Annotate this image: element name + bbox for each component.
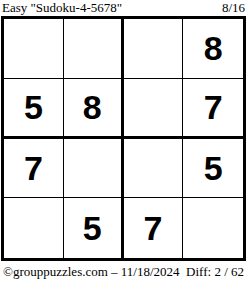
cell-r2c3[interactable]: [124, 79, 184, 139]
cell-r1c2[interactable]: [64, 19, 124, 79]
cell-r3c2[interactable]: [64, 139, 124, 199]
puzzle-title: Easy "Sudoku-4-5678": [2, 0, 122, 16]
sudoku-board: 8 5 8 7 7 5 5 7: [1, 16, 246, 261]
cell-r4c4[interactable]: [183, 198, 243, 258]
page-footer: ©grouppuzzles.com – 11/18/2024 Diff: 2 /…: [0, 264, 247, 279]
cell-r1c4[interactable]: 8: [183, 19, 243, 79]
cell-r1c3[interactable]: [124, 19, 184, 79]
cell-r2c1[interactable]: 5: [4, 79, 64, 139]
copyright-text: ©grouppuzzles.com – 11/18/2024: [3, 264, 180, 279]
cell-r3c3[interactable]: [124, 139, 184, 199]
cell-r3c1[interactable]: 7: [4, 139, 64, 199]
cell-r3c4[interactable]: 5: [183, 139, 243, 199]
cell-r4c2[interactable]: 5: [64, 198, 124, 258]
cell-r4c1[interactable]: [4, 198, 64, 258]
page-header: Easy "Sudoku-4-5678" 8/16: [0, 0, 247, 16]
page-number: 8/16: [222, 0, 245, 16]
cell-r2c4[interactable]: 7: [183, 79, 243, 139]
cell-r1c1[interactable]: [4, 19, 64, 79]
cell-r4c3[interactable]: 7: [124, 198, 184, 258]
difficulty-label: Diff: 2 / 62: [186, 264, 244, 279]
cell-r2c2[interactable]: 8: [64, 79, 124, 139]
